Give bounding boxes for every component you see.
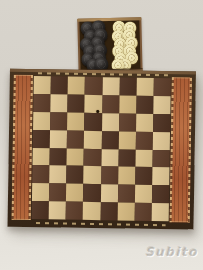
board-square: [153, 114, 170, 132]
dark-pieces-pile: [80, 21, 108, 70]
board-square: [117, 203, 134, 221]
board-square: [153, 132, 170, 150]
board-square: [135, 167, 152, 185]
board-square: [49, 166, 66, 184]
board-square: [136, 96, 153, 114]
board-square: [49, 201, 66, 219]
piece-storage-box: [77, 17, 142, 77]
board-square: [84, 113, 101, 131]
board-square: [84, 166, 101, 184]
board-square: [83, 184, 100, 202]
board-square: [50, 130, 67, 148]
board-square: [34, 76, 51, 94]
board-square: [118, 131, 135, 149]
light-pieces-pile: [110, 20, 139, 69]
board-square: [118, 149, 135, 167]
board-grid: [32, 76, 171, 221]
board-square: [135, 149, 152, 167]
board-square: [32, 201, 49, 219]
board-square: [32, 148, 49, 166]
wood-knot-speck: [96, 110, 99, 113]
board-square: [102, 113, 119, 131]
board-square: [119, 77, 136, 95]
side-panel-left: [12, 75, 33, 220]
board-square: [100, 184, 117, 202]
board-square: [67, 112, 84, 130]
board-square: [134, 203, 151, 221]
board-square: [84, 148, 101, 166]
board-square: [66, 166, 83, 184]
board-square: [66, 184, 83, 202]
board-square: [68, 77, 85, 95]
board-square: [100, 202, 117, 220]
board-square: [153, 96, 170, 114]
board-square: [32, 183, 49, 201]
board-square: [85, 95, 102, 113]
board-square: [118, 167, 135, 185]
board-square: [118, 185, 135, 203]
board-square: [67, 148, 84, 166]
board-square: [102, 77, 119, 95]
board-square: [66, 202, 83, 220]
watermark: Subito: [145, 245, 198, 259]
board-square: [49, 184, 66, 202]
board-square: [85, 77, 102, 95]
board-square: [33, 94, 50, 112]
board-square: [33, 130, 50, 148]
board-square: [152, 185, 169, 203]
board-square: [101, 149, 118, 167]
board-square: [84, 130, 101, 148]
photo-scene: Subito: [0, 0, 203, 270]
board-square: [119, 95, 136, 113]
board-square: [136, 78, 153, 96]
board-square: [135, 185, 152, 203]
board-square: [50, 112, 67, 130]
board-square: [102, 95, 119, 113]
board-square: [51, 76, 68, 94]
board-square: [136, 113, 153, 131]
board-square: [68, 94, 85, 112]
board-square: [153, 78, 170, 96]
board-square: [119, 113, 136, 131]
board-square: [152, 167, 169, 185]
board-square: [101, 131, 118, 149]
board-square: [152, 149, 169, 167]
board-square: [101, 167, 118, 185]
board-square: [83, 202, 100, 220]
board-square: [152, 203, 169, 221]
board-square: [50, 148, 67, 166]
board-square: [32, 165, 49, 183]
side-panel-right: [170, 77, 192, 222]
chessboard: [8, 69, 196, 230]
board-square: [33, 112, 50, 130]
inlay-line-bottom: [36, 222, 166, 226]
board-square: [50, 94, 67, 112]
board-square: [67, 130, 84, 148]
board-square: [136, 131, 153, 149]
